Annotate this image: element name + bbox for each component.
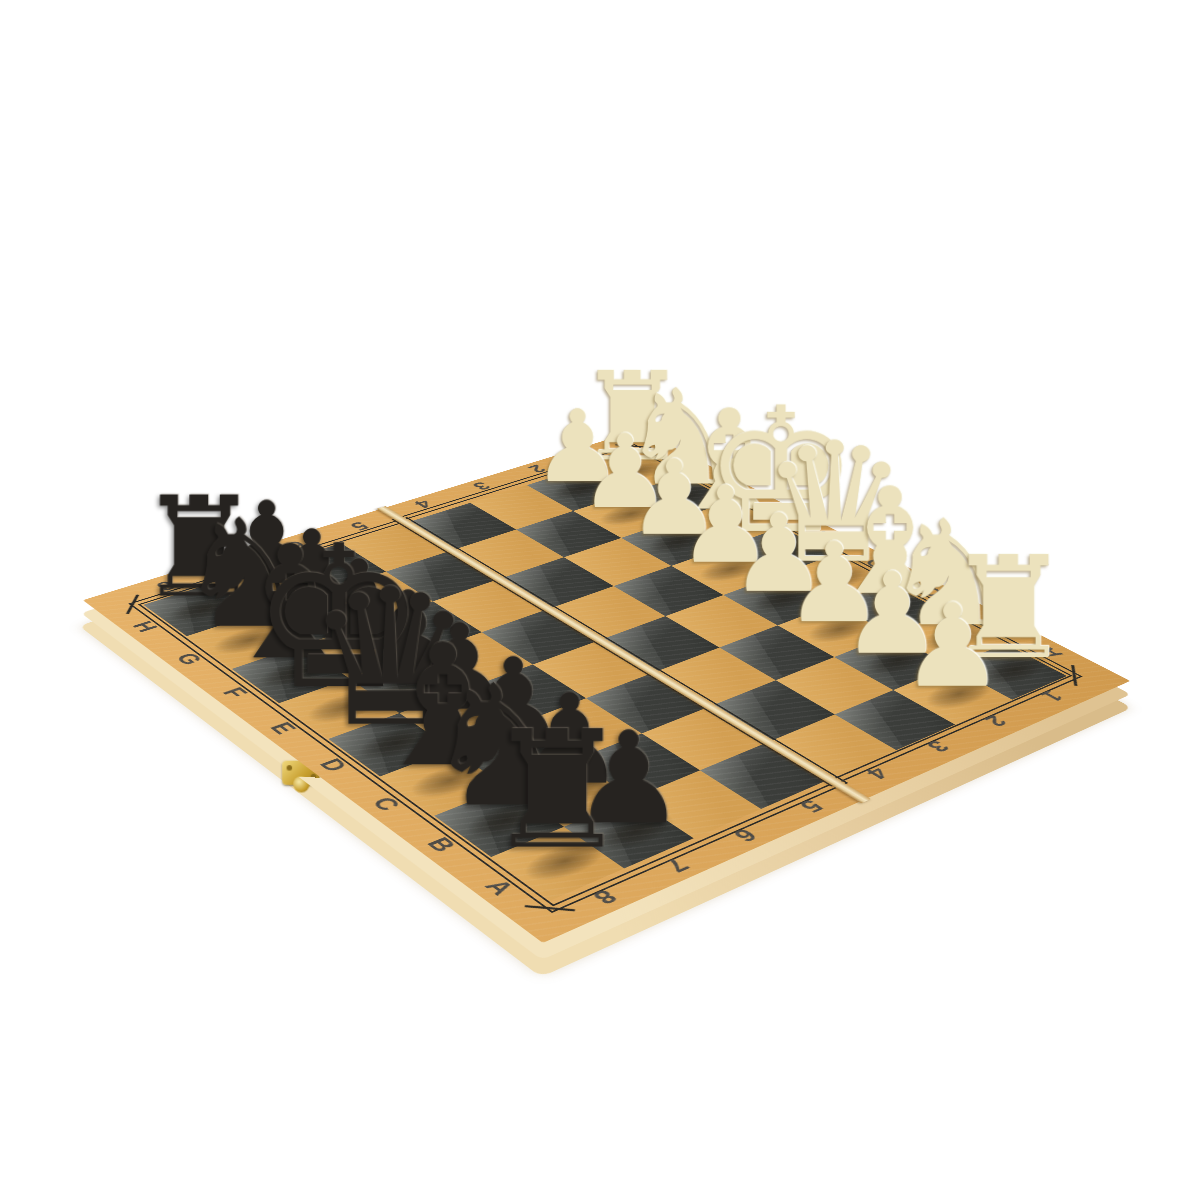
piece-glyph: ♜ [484,709,630,874]
piece-glyph: ♟ [901,588,1004,705]
chess-board: HGFEDCBAHGFEDCBA8765432187654321 ♜♞♝♛♚♝♞… [83,430,1130,943]
photo-scene: HGFEDCBAHGFEDCBA8765432187654321 ♜♞♝♛♚♝♞… [0,0,1200,1200]
clasp-screw [287,765,292,770]
piece-black-rook-a8[interactable]: ♜ [470,619,644,875]
piece-white-pawn-a2[interactable]: ♟ [875,479,1029,705]
